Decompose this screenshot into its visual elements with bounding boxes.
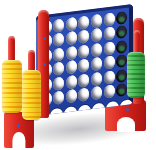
- board-grid: [36, 4, 133, 116]
- board-cell-r3c7[interactable]: [116, 40, 127, 54]
- board-cell-r1c2[interactable]: [53, 18, 64, 32]
- board-cell-r1c3[interactable]: [66, 17, 77, 31]
- board-cell-r1c5[interactable]: [91, 14, 102, 28]
- board-cell-r6c5[interactable]: [91, 86, 102, 100]
- board-cell-r3c5[interactable]: [91, 43, 102, 57]
- yellow-ring-stack-front[interactable]: [22, 70, 41, 120]
- board-cell-r5c7[interactable]: [116, 69, 127, 83]
- board-cell-r6c4[interactable]: [78, 88, 89, 102]
- board-cell-r6c2[interactable]: [53, 91, 64, 105]
- board-cell-r3c3[interactable]: [66, 46, 77, 60]
- board-cell-r1c6[interactable]: [104, 12, 115, 26]
- board: [36, 4, 133, 116]
- board-cell-r3c6[interactable]: [104, 41, 115, 55]
- board-cell-r2c7[interactable]: [116, 25, 127, 39]
- board-cell-r6c3[interactable]: [66, 89, 77, 103]
- yellow-ring-stack-back[interactable]: [2, 60, 22, 113]
- screw-icon: [43, 63, 46, 66]
- board-cell-r3c2[interactable]: [53, 47, 64, 61]
- board-cell-r1c4[interactable]: [78, 15, 89, 29]
- board-cell-r5c4[interactable]: [78, 73, 89, 87]
- board-cell-r5c3[interactable]: [66, 75, 77, 89]
- board-cell-r4c3[interactable]: [66, 60, 77, 74]
- board-cell-r5c5[interactable]: [91, 72, 102, 86]
- board-cell-r2c6[interactable]: [104, 27, 115, 41]
- board-cell-r2c4[interactable]: [78, 30, 89, 44]
- board-cell-r5c6[interactable]: [104, 70, 115, 84]
- board-cell-r4c6[interactable]: [104, 56, 115, 70]
- board-cell-r2c3[interactable]: [66, 31, 77, 45]
- board-cell-r2c2[interactable]: [53, 33, 64, 47]
- board-cell-r4c4[interactable]: [78, 59, 89, 73]
- board-cell-r3c4[interactable]: [78, 44, 89, 58]
- board-cell-r6c7[interactable]: [116, 83, 127, 97]
- board-cell-r6c6[interactable]: [104, 85, 115, 99]
- board-cell-r2c5[interactable]: [91, 28, 102, 42]
- board-cell-r4c7[interactable]: [116, 54, 127, 68]
- green-ring-stack[interactable]: [127, 52, 145, 98]
- board-cell-r1c7[interactable]: [116, 11, 127, 25]
- board-cell-r5c2[interactable]: [53, 76, 64, 90]
- screw-icon: [17, 124, 20, 127]
- board-cell-r4c5[interactable]: [91, 57, 102, 71]
- giant-connect-four-scene: [0, 0, 156, 150]
- board-cell-r4c2[interactable]: [53, 62, 64, 76]
- screw-icon: [126, 108, 129, 111]
- screw-icon: [43, 37, 46, 40]
